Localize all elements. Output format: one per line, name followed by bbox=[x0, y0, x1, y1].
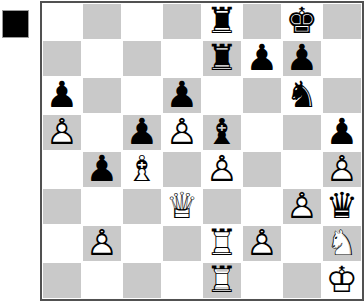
square-a4[interactable] bbox=[42, 151, 82, 188]
square-f2[interactable]: ♟♙ bbox=[242, 225, 282, 262]
piece-black-knight: ♞ bbox=[282, 77, 322, 114]
square-g7[interactable]: ♟ bbox=[282, 40, 322, 77]
piece-white-king: ♚♔ bbox=[322, 262, 362, 299]
square-c1[interactable] bbox=[122, 262, 162, 299]
square-e5[interactable]: ♝ bbox=[202, 114, 242, 151]
square-e6[interactable] bbox=[202, 77, 242, 114]
square-g8[interactable]: ♚ bbox=[282, 3, 322, 40]
square-h1[interactable]: ♚♔ bbox=[322, 262, 362, 299]
square-d7[interactable] bbox=[162, 40, 202, 77]
square-b5[interactable] bbox=[82, 114, 122, 151]
square-d1[interactable] bbox=[162, 262, 202, 299]
piece-white-bishop: ♝♗ bbox=[122, 151, 162, 188]
piece-white-pawn: ♟♙ bbox=[162, 114, 202, 151]
square-b3[interactable] bbox=[82, 188, 122, 225]
square-c8[interactable] bbox=[122, 3, 162, 40]
square-c2[interactable] bbox=[122, 225, 162, 262]
square-f8[interactable] bbox=[242, 3, 282, 40]
piece-black-pawn: ♟ bbox=[282, 40, 322, 77]
piece-white-queen: ♛♕ bbox=[162, 188, 202, 225]
square-d5[interactable]: ♟♙ bbox=[162, 114, 202, 151]
square-h6[interactable] bbox=[322, 77, 362, 114]
square-a6[interactable]: ♟ bbox=[42, 77, 82, 114]
square-a5[interactable]: ♟♙ bbox=[42, 114, 82, 151]
piece-white-pawn: ♟♙ bbox=[202, 151, 242, 188]
square-b8[interactable] bbox=[82, 3, 122, 40]
piece-white-pawn: ♟♙ bbox=[42, 114, 82, 151]
square-e7[interactable]: ♜ bbox=[202, 40, 242, 77]
piece-black-pawn: ♟ bbox=[82, 151, 122, 188]
piece-white-rook: ♜♖ bbox=[202, 262, 242, 299]
piece-white-pawn: ♟♙ bbox=[322, 151, 362, 188]
square-e8[interactable]: ♜ bbox=[202, 3, 242, 40]
square-e1[interactable]: ♜♖ bbox=[202, 262, 242, 299]
square-c3[interactable] bbox=[122, 188, 162, 225]
square-b6[interactable] bbox=[82, 77, 122, 114]
piece-black-bishop: ♝ bbox=[202, 114, 242, 151]
square-h2[interactable]: ♞♘ bbox=[322, 225, 362, 262]
square-d4[interactable] bbox=[162, 151, 202, 188]
square-f4[interactable] bbox=[242, 151, 282, 188]
square-g6[interactable]: ♞ bbox=[282, 77, 322, 114]
square-g5[interactable] bbox=[282, 114, 322, 151]
piece-black-pawn: ♟ bbox=[162, 77, 202, 114]
square-e4[interactable]: ♟♙ bbox=[202, 151, 242, 188]
piece-black-rook: ♜ bbox=[202, 40, 242, 77]
piece-white-pawn: ♟♙ bbox=[82, 225, 122, 262]
square-e2[interactable]: ♜♖ bbox=[202, 225, 242, 262]
square-e3[interactable] bbox=[202, 188, 242, 225]
square-g3[interactable]: ♟♙ bbox=[282, 188, 322, 225]
square-h4[interactable]: ♟♙ bbox=[322, 151, 362, 188]
square-d8[interactable] bbox=[162, 3, 202, 40]
square-a8[interactable] bbox=[42, 3, 82, 40]
piece-black-pawn: ♟ bbox=[122, 114, 162, 151]
square-h5[interactable]: ♟ bbox=[322, 114, 362, 151]
square-d3[interactable]: ♛♕ bbox=[162, 188, 202, 225]
square-b1[interactable] bbox=[82, 262, 122, 299]
square-h8[interactable] bbox=[322, 3, 362, 40]
piece-black-rook: ♜ bbox=[202, 3, 242, 40]
square-f1[interactable] bbox=[242, 262, 282, 299]
square-d6[interactable]: ♟ bbox=[162, 77, 202, 114]
piece-black-pawn: ♟ bbox=[242, 40, 282, 77]
piece-white-rook: ♜♖ bbox=[202, 225, 242, 262]
square-f6[interactable] bbox=[242, 77, 282, 114]
black-to-move-indicator bbox=[2, 10, 29, 38]
square-a1[interactable] bbox=[42, 262, 82, 299]
piece-white-pawn: ♟♙ bbox=[282, 188, 322, 225]
square-g2[interactable] bbox=[282, 225, 322, 262]
piece-white-pawn: ♟♙ bbox=[242, 225, 282, 262]
chess-board: ♜♚♜♟♟♟♟♞♟♙♟♟♙♝♟♟♝♗♟♙♟♙♛♕♟♙♛♟♙♜♖♟♙♞♘♜♖♚♔ bbox=[40, 1, 364, 301]
square-b4[interactable]: ♟ bbox=[82, 151, 122, 188]
square-g1[interactable] bbox=[282, 262, 322, 299]
square-a2[interactable] bbox=[42, 225, 82, 262]
square-c5[interactable]: ♟ bbox=[122, 114, 162, 151]
chess-diagram: ♜♚♜♟♟♟♟♞♟♙♟♟♙♝♟♟♝♗♟♙♟♙♛♕♟♙♛♟♙♜♖♟♙♞♘♜♖♚♔ bbox=[0, 0, 364, 302]
square-d2[interactable] bbox=[162, 225, 202, 262]
piece-black-pawn: ♟ bbox=[322, 114, 362, 151]
square-b7[interactable] bbox=[82, 40, 122, 77]
piece-white-knight: ♞♘ bbox=[322, 225, 362, 262]
square-b2[interactable]: ♟♙ bbox=[82, 225, 122, 262]
piece-black-king: ♚ bbox=[282, 3, 322, 40]
square-a3[interactable] bbox=[42, 188, 82, 225]
square-a7[interactable] bbox=[42, 40, 82, 77]
piece-black-queen: ♛ bbox=[322, 188, 362, 225]
square-c7[interactable] bbox=[122, 40, 162, 77]
square-c6[interactable] bbox=[122, 77, 162, 114]
square-h7[interactable] bbox=[322, 40, 362, 77]
square-f3[interactable] bbox=[242, 188, 282, 225]
square-g4[interactable] bbox=[282, 151, 322, 188]
square-f5[interactable] bbox=[242, 114, 282, 151]
square-f7[interactable]: ♟ bbox=[242, 40, 282, 77]
square-h3[interactable]: ♛ bbox=[322, 188, 362, 225]
piece-black-pawn: ♟ bbox=[42, 77, 82, 114]
square-c4[interactable]: ♝♗ bbox=[122, 151, 162, 188]
